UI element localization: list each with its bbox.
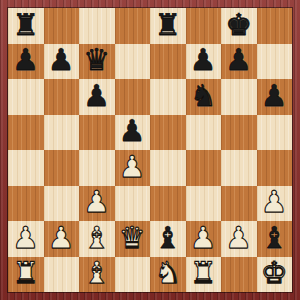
square-d6[interactable] [115, 79, 151, 115]
square-c2[interactable]: ♝ [79, 221, 115, 257]
square-b4[interactable] [44, 150, 80, 186]
square-d7[interactable] [115, 44, 151, 80]
square-a5[interactable] [8, 115, 44, 151]
piece-white-king[interactable]: ♚ [261, 258, 288, 288]
square-a6[interactable] [8, 79, 44, 115]
square-f5[interactable] [186, 115, 222, 151]
square-h8[interactable] [257, 8, 293, 44]
piece-black-knight[interactable]: ♞ [190, 81, 217, 111]
square-h1[interactable]: ♚ [257, 257, 293, 293]
square-g2[interactable]: ♟ [221, 221, 257, 257]
square-e1[interactable]: ♞ [150, 257, 186, 293]
piece-white-queen[interactable]: ♛ [119, 223, 146, 253]
square-a7[interactable]: ♟ [8, 44, 44, 80]
square-d1[interactable] [115, 257, 151, 293]
square-e2[interactable]: ♝ [150, 221, 186, 257]
square-h5[interactable] [257, 115, 293, 151]
piece-white-bishop[interactable]: ♝ [83, 223, 110, 253]
square-d4[interactable]: ♟ [115, 150, 151, 186]
square-b5[interactable] [44, 115, 80, 151]
square-c8[interactable] [79, 8, 115, 44]
square-f2[interactable]: ♟ [186, 221, 222, 257]
square-a4[interactable] [8, 150, 44, 186]
square-c3[interactable]: ♟ [79, 186, 115, 222]
piece-white-pawn[interactable]: ♟ [48, 223, 75, 253]
square-b6[interactable] [44, 79, 80, 115]
square-f4[interactable] [186, 150, 222, 186]
square-c5[interactable] [79, 115, 115, 151]
piece-black-queen[interactable]: ♛ [83, 45, 110, 75]
square-b7[interactable]: ♟ [44, 44, 80, 80]
square-c7[interactable]: ♛ [79, 44, 115, 80]
piece-white-bishop[interactable]: ♝ [83, 258, 110, 288]
piece-black-pawn[interactable]: ♟ [12, 45, 39, 75]
square-g8[interactable]: ♚ [221, 8, 257, 44]
piece-black-pawn[interactable]: ♟ [225, 45, 252, 75]
square-b1[interactable] [44, 257, 80, 293]
square-d8[interactable] [115, 8, 151, 44]
piece-white-pawn[interactable]: ♟ [83, 187, 110, 217]
piece-black-pawn[interactable]: ♟ [261, 81, 288, 111]
piece-black-king[interactable]: ♚ [225, 10, 252, 40]
chess-board: ♜♜♚♟♟♛♟♟♟♞♟♟♟♟♟♟♟♝♛♝♟♟♝♜♝♞♜♚ [8, 8, 292, 292]
piece-white-pawn[interactable]: ♟ [12, 223, 39, 253]
square-e8[interactable]: ♜ [150, 8, 186, 44]
square-g5[interactable] [221, 115, 257, 151]
square-e3[interactable] [150, 186, 186, 222]
square-b8[interactable] [44, 8, 80, 44]
square-g4[interactable] [221, 150, 257, 186]
square-a3[interactable] [8, 186, 44, 222]
square-g1[interactable] [221, 257, 257, 293]
piece-black-rook[interactable]: ♜ [154, 10, 181, 40]
square-h4[interactable] [257, 150, 293, 186]
square-d2[interactable]: ♛ [115, 221, 151, 257]
piece-black-pawn[interactable]: ♟ [48, 45, 75, 75]
square-f1[interactable]: ♜ [186, 257, 222, 293]
square-c1[interactable]: ♝ [79, 257, 115, 293]
piece-black-pawn[interactable]: ♟ [119, 116, 146, 146]
square-c4[interactable] [79, 150, 115, 186]
piece-black-bishop[interactable]: ♝ [154, 223, 181, 253]
square-a1[interactable]: ♜ [8, 257, 44, 293]
piece-white-pawn[interactable]: ♟ [261, 187, 288, 217]
square-g7[interactable]: ♟ [221, 44, 257, 80]
square-c6[interactable]: ♟ [79, 79, 115, 115]
piece-black-bishop[interactable]: ♝ [261, 223, 288, 253]
piece-white-knight[interactable]: ♞ [154, 258, 181, 288]
square-b3[interactable] [44, 186, 80, 222]
square-e7[interactable] [150, 44, 186, 80]
square-e4[interactable] [150, 150, 186, 186]
piece-black-pawn[interactable]: ♟ [190, 45, 217, 75]
square-a2[interactable]: ♟ [8, 221, 44, 257]
square-a8[interactable]: ♜ [8, 8, 44, 44]
piece-white-pawn[interactable]: ♟ [190, 223, 217, 253]
square-h3[interactable]: ♟ [257, 186, 293, 222]
square-h6[interactable]: ♟ [257, 79, 293, 115]
square-d3[interactable] [115, 186, 151, 222]
square-f8[interactable] [186, 8, 222, 44]
piece-white-rook[interactable]: ♜ [12, 258, 39, 288]
board-frame: ♜♜♚♟♟♛♟♟♟♞♟♟♟♟♟♟♟♝♛♝♟♟♝♜♝♞♜♚ [0, 0, 300, 300]
square-h2[interactable]: ♝ [257, 221, 293, 257]
square-g3[interactable] [221, 186, 257, 222]
square-b2[interactable]: ♟ [44, 221, 80, 257]
square-h7[interactable] [257, 44, 293, 80]
piece-white-pawn[interactable]: ♟ [119, 152, 146, 182]
square-f6[interactable]: ♞ [186, 79, 222, 115]
square-f7[interactable]: ♟ [186, 44, 222, 80]
piece-white-pawn[interactable]: ♟ [225, 223, 252, 253]
piece-black-pawn[interactable]: ♟ [83, 81, 110, 111]
square-e6[interactable] [150, 79, 186, 115]
square-f3[interactable] [186, 186, 222, 222]
piece-black-rook[interactable]: ♜ [12, 10, 39, 40]
square-d5[interactable]: ♟ [115, 115, 151, 151]
square-g6[interactable] [221, 79, 257, 115]
piece-white-rook[interactable]: ♜ [190, 258, 217, 288]
square-e5[interactable] [150, 115, 186, 151]
